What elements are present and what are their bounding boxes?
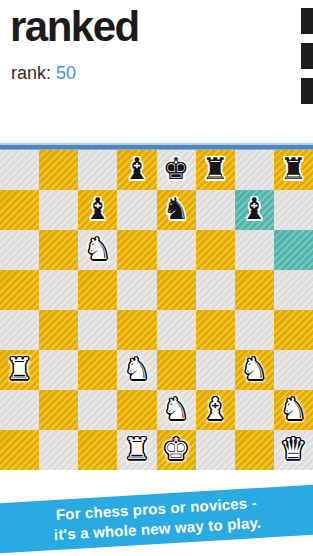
square-c3[interactable] (78, 350, 117, 390)
rank-value: 50 (56, 63, 76, 83)
rank-line: rank: 50 (11, 63, 76, 84)
piece-black-rook: ♜ (280, 154, 307, 184)
piece-white-knight: ♞ (84, 234, 111, 264)
square-b4[interactable] (39, 310, 78, 350)
square-h8[interactable]: ♜ (274, 150, 313, 190)
square-c4[interactable] (78, 310, 117, 350)
square-d5[interactable] (117, 270, 156, 310)
hamburger-menu-icon[interactable] (301, 8, 313, 113)
piece-white-king: ♚ (163, 434, 190, 464)
square-a3[interactable]: ♜ (0, 350, 39, 390)
square-d8[interactable]: ♝ (117, 150, 156, 190)
piece-white-rook: ♜ (6, 354, 33, 384)
app-screen: ranked rank: 50 ♝♚♜♜♝♞♝♞♜♞♞♞♝♞♜♚♛ For ch… (0, 0, 313, 556)
square-f5[interactable] (196, 270, 235, 310)
square-g8[interactable] (235, 150, 274, 190)
menu-bar-icon (301, 78, 313, 104)
square-e3[interactable] (157, 350, 196, 390)
menu-bar-icon (301, 43, 313, 69)
square-e8[interactable]: ♚ (157, 150, 196, 190)
square-g1[interactable] (235, 430, 274, 470)
square-b7[interactable] (39, 190, 78, 230)
square-e7[interactable]: ♞ (157, 190, 196, 230)
square-e4[interactable] (157, 310, 196, 350)
square-a6[interactable] (0, 230, 39, 270)
square-a5[interactable] (0, 270, 39, 310)
piece-white-knight: ♞ (163, 394, 190, 424)
square-c1[interactable] (78, 430, 117, 470)
square-h2[interactable]: ♞ (274, 390, 313, 430)
square-e1[interactable]: ♚ (157, 430, 196, 470)
piece-black-bishop: ♝ (84, 194, 111, 224)
menu-bar-icon (301, 8, 313, 34)
square-d1[interactable]: ♜ (117, 430, 156, 470)
header-divider (0, 143, 313, 150)
square-c5[interactable] (78, 270, 117, 310)
square-d7[interactable] (117, 190, 156, 230)
piece-black-king: ♚ (163, 154, 190, 184)
square-f2[interactable]: ♝ (196, 390, 235, 430)
square-h6[interactable] (274, 230, 313, 270)
piece-black-knight: ♞ (163, 194, 190, 224)
square-e2[interactable]: ♞ (157, 390, 196, 430)
square-a4[interactable] (0, 310, 39, 350)
piece-white-queen: ♛ (280, 434, 307, 464)
square-f7[interactable] (196, 190, 235, 230)
square-h7[interactable] (274, 190, 313, 230)
square-a1[interactable] (0, 430, 39, 470)
square-a8[interactable] (0, 150, 39, 190)
square-g2[interactable] (235, 390, 274, 430)
square-c2[interactable] (78, 390, 117, 430)
square-f6[interactable] (196, 230, 235, 270)
square-c7[interactable]: ♝ (78, 190, 117, 230)
square-g3[interactable]: ♞ (235, 350, 274, 390)
square-d6[interactable] (117, 230, 156, 270)
square-b1[interactable] (39, 430, 78, 470)
piece-black-bishop: ♝ (241, 194, 268, 224)
piece-white-knight: ♞ (123, 354, 150, 384)
square-g7[interactable]: ♝ (235, 190, 274, 230)
square-h1[interactable]: ♛ (274, 430, 313, 470)
square-c8[interactable] (78, 150, 117, 190)
square-d4[interactable] (117, 310, 156, 350)
square-b8[interactable] (39, 150, 78, 190)
promo-banner: For chess pros or novices - it's a whole… (0, 484, 313, 554)
square-h3[interactable] (274, 350, 313, 390)
piece-white-bishop: ♝ (202, 394, 229, 424)
square-b3[interactable] (39, 350, 78, 390)
square-e6[interactable] (157, 230, 196, 270)
rank-label: rank: (11, 63, 51, 83)
square-g6[interactable] (235, 230, 274, 270)
square-g4[interactable] (235, 310, 274, 350)
square-f4[interactable] (196, 310, 235, 350)
square-b6[interactable] (39, 230, 78, 270)
square-a7[interactable] (0, 190, 39, 230)
square-f3[interactable] (196, 350, 235, 390)
square-d3[interactable]: ♞ (117, 350, 156, 390)
chess-board[interactable]: ♝♚♜♜♝♞♝♞♜♞♞♞♝♞♜♚♛ (0, 150, 313, 470)
square-d2[interactable] (117, 390, 156, 430)
square-b2[interactable] (39, 390, 78, 430)
piece-black-bishop: ♝ (123, 154, 150, 184)
square-c6[interactable]: ♞ (78, 230, 117, 270)
square-e5[interactable] (157, 270, 196, 310)
square-f8[interactable]: ♜ (196, 150, 235, 190)
square-f1[interactable] (196, 430, 235, 470)
piece-white-knight: ♞ (241, 354, 268, 384)
square-a2[interactable] (0, 390, 39, 430)
page-title: ranked (10, 2, 139, 52)
square-h5[interactable] (274, 270, 313, 310)
piece-black-rook: ♜ (202, 154, 229, 184)
square-b5[interactable] (39, 270, 78, 310)
square-h4[interactable] (274, 310, 313, 350)
piece-white-rook: ♜ (123, 434, 150, 464)
square-g5[interactable] (235, 270, 274, 310)
piece-white-knight: ♞ (280, 394, 307, 424)
